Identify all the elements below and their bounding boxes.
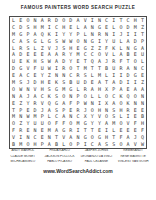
grid-cell: N — [17, 114, 24, 121]
word-list: ANDY WARHOLFRIDA KAHLOJASPER JOHNSREMBRA… — [6, 149, 150, 164]
grid-cell: L — [74, 86, 81, 93]
grid-cell: P — [39, 141, 46, 148]
grid-cell: I — [82, 141, 89, 148]
grid-cell: H — [60, 24, 67, 31]
grid-cell: I — [125, 31, 132, 38]
grid-cell: M — [60, 86, 67, 93]
grid-cell: A — [39, 17, 46, 24]
grid-cell: E — [31, 72, 38, 79]
word-list-item: JACKSON POLLOCK — [43, 155, 77, 159]
grid-cell: L — [117, 114, 124, 121]
grid-cell: A — [96, 58, 103, 65]
grid-cell: P — [110, 86, 117, 93]
grid-cell: Z — [46, 72, 53, 79]
grid-cell: B — [10, 141, 17, 148]
grid-cell: P — [39, 114, 46, 121]
grid-cell: A — [117, 86, 124, 93]
grid-cell: R — [74, 72, 81, 79]
grid-cell: S — [110, 114, 117, 121]
grid-cell: L — [89, 93, 96, 100]
grid-cell: C — [24, 72, 31, 79]
grid-cell: L — [74, 24, 81, 31]
grid-cell: I — [110, 31, 117, 38]
grid-cell: U — [110, 38, 117, 45]
grid-cell: A — [82, 24, 89, 31]
grid-cell: S — [17, 79, 24, 86]
grid-cell: T — [139, 17, 146, 24]
grid-cell: C — [125, 17, 132, 24]
grid-cell: A — [139, 86, 146, 93]
grid-cell: P — [24, 31, 31, 38]
grid-cell: C — [39, 93, 46, 100]
grid-cell: A — [125, 38, 132, 45]
grid-cell: Y — [67, 31, 74, 38]
word-list-item: CLAUDE MONET — [6, 155, 40, 159]
grid-cell: O — [103, 114, 110, 121]
grid-cell: O — [132, 93, 139, 100]
grid-cell: I — [125, 79, 132, 86]
grid-cell: L — [82, 31, 89, 38]
grid-cell: D — [82, 79, 89, 86]
grid-cell: A — [31, 93, 38, 100]
grid-cell: J — [117, 31, 124, 38]
word-list-item: PAUL CEZANNE — [80, 160, 114, 164]
grid-cell: T — [117, 17, 124, 24]
word-list-item: ANDY WARHOL — [6, 149, 40, 153]
grid-cell: A — [17, 72, 24, 79]
grid-cell: H — [96, 86, 103, 93]
grid-cell: M — [39, 24, 46, 31]
grid-cell: E — [132, 114, 139, 121]
grid-cell: A — [53, 58, 60, 65]
grid-cell: O — [60, 17, 67, 24]
grid-cell: R — [31, 100, 38, 107]
grid-cell: S — [110, 141, 117, 148]
grid-cell: I — [125, 114, 132, 121]
grid-cell: D — [132, 38, 139, 45]
grid-cell: G — [67, 86, 74, 93]
grid-cell: N — [67, 114, 74, 121]
grid-cell: E — [46, 79, 53, 86]
grid-cell: D — [117, 79, 124, 86]
grid-cell: J — [24, 79, 31, 86]
grid-cell: A — [46, 141, 53, 148]
grid-cell: A — [110, 100, 117, 107]
grid-cell: O — [117, 141, 124, 148]
grid-cell: E — [125, 86, 132, 93]
grid-cell: J — [24, 93, 31, 100]
grid-cell: E — [74, 58, 81, 65]
grid-cell: L — [110, 24, 117, 31]
grid-cell: T — [103, 79, 110, 86]
grid-cell: O — [82, 93, 89, 100]
grid-cell: P — [74, 141, 81, 148]
grid-cell: U — [10, 58, 17, 65]
grid-cell: Z — [139, 79, 146, 86]
grid-cell: G — [46, 38, 53, 45]
grid-cell: L — [139, 58, 146, 65]
grid-cell: M — [10, 31, 17, 38]
grid-cell: N — [60, 72, 67, 79]
grid-cell: W — [24, 114, 31, 121]
grid-cell: Y — [39, 72, 46, 79]
grid-cell: L — [39, 38, 46, 45]
grid-cell: C — [53, 114, 60, 121]
grid-cell: B — [53, 141, 60, 148]
puzzle-title: FAMOUS PAINTERS WORD SEARCH PUZZLE — [0, 5, 156, 10]
grid-cell: H — [31, 58, 38, 65]
grid-cell: I — [96, 38, 103, 45]
grid-cell: F — [67, 100, 74, 107]
grid-cell: O — [24, 141, 31, 148]
grid-cell: K — [46, 93, 53, 100]
grid-cell: C — [89, 141, 96, 148]
grid-cell: L — [10, 17, 17, 24]
grid-cell: E — [103, 24, 110, 31]
grid-cell: E — [17, 58, 24, 65]
grid-cell: N — [103, 31, 110, 38]
grid-cell: T — [125, 58, 132, 65]
grid-cell: O — [117, 24, 124, 31]
grid-cell: N — [139, 93, 146, 100]
grid-cell: O — [74, 38, 81, 45]
word-search-grid: LEONARDODAVINCITCHTCDSHMICHELANGELODMZMG… — [9, 16, 147, 149]
grid-cell: N — [10, 93, 17, 100]
grid-cell: H — [39, 79, 46, 86]
grid-cell: N — [24, 86, 31, 93]
grid-cell: N — [89, 100, 96, 107]
grid-cell: F — [117, 58, 124, 65]
grid-cell: A — [17, 93, 24, 100]
word-list-item: PABLO PICASSO — [43, 160, 77, 164]
grid-cell: A — [89, 86, 96, 93]
grid-cell: I — [132, 31, 139, 38]
grid-cell: G — [96, 24, 103, 31]
grid-cell: B — [139, 114, 146, 121]
grid-cell: V — [31, 86, 38, 93]
grid-cell: C — [110, 93, 117, 100]
grid-cell: A — [125, 141, 132, 148]
grid-cell: E — [10, 72, 17, 79]
grid-cell: N — [67, 93, 74, 100]
grid-cell: Y — [24, 100, 31, 107]
puzzle-page: FAMOUS PAINTERS WORD SEARCH PUZZLE LEONA… — [0, 0, 156, 200]
grid-cell: B — [67, 79, 74, 86]
grid-cell: Z — [17, 100, 24, 107]
grid-cell: Q — [125, 93, 132, 100]
grid-cell: H — [31, 141, 38, 148]
grid-cell: E — [17, 17, 24, 24]
grid-cell: N — [96, 17, 103, 24]
grid-cell: A — [60, 100, 67, 107]
grid-cell: S — [46, 86, 53, 93]
grid-cell: D — [125, 24, 132, 31]
grid-cell: H — [39, 86, 46, 93]
grid-cell: T — [139, 31, 146, 38]
grid-cell: N — [89, 24, 96, 31]
grid-cell: L — [96, 93, 103, 100]
grid-cell: G — [17, 31, 24, 38]
grid-cell: Y — [60, 31, 67, 38]
grid-cell: R — [96, 31, 103, 38]
grid-cell: X — [103, 100, 110, 107]
word-list-item: MICHELANGELO — [6, 160, 40, 164]
grid-cell: Q — [89, 58, 96, 65]
grid-cell: S — [39, 58, 46, 65]
grid-cell: D — [60, 58, 67, 65]
grid-cell: Q — [39, 31, 46, 38]
grid-cell: O — [60, 93, 67, 100]
grid-cell: H — [132, 17, 139, 24]
grid-cell: I — [117, 72, 124, 79]
grid-cell: N — [89, 31, 96, 38]
grid-cell: A — [74, 17, 81, 24]
grid-cell: V — [82, 17, 89, 24]
grid-cell: W — [60, 38, 67, 45]
grid-cell: D — [125, 72, 132, 79]
grid-cell: S — [24, 38, 31, 45]
grid-cell: T — [82, 58, 89, 65]
grid-cell: U — [74, 79, 81, 86]
grid-cell: A — [132, 86, 139, 93]
grid-cell: D — [31, 79, 38, 86]
grid-cell: I — [110, 72, 117, 79]
grid-cell: N — [139, 100, 146, 107]
grid-cell: S — [53, 38, 60, 45]
grid-cell: O — [67, 141, 74, 148]
grid-cell: Y — [67, 58, 74, 65]
grid-cell: Y — [89, 114, 96, 121]
grid-cell: H — [31, 24, 38, 31]
grid-cell: W — [17, 86, 24, 93]
grid-cell: J — [103, 58, 110, 65]
grid-cell: G — [89, 38, 96, 45]
grid-cell: L — [46, 114, 53, 121]
grid-cell: N — [82, 38, 89, 45]
website-url: www.WordSearchAddict.com — [0, 168, 156, 174]
word-list-item: VINCENT VAN GOGH — [116, 160, 150, 164]
grid-cell: G — [53, 100, 60, 107]
grid-cell: R — [82, 86, 89, 93]
grid-cell: N — [132, 100, 139, 107]
grid-cell: E — [139, 72, 146, 79]
word-list-item: JASPER JOHNS — [80, 149, 114, 153]
grid-cell: S — [82, 72, 89, 79]
grid-cell: K — [53, 79, 60, 86]
grid-cell: S — [60, 79, 67, 86]
grid-cell: Z — [139, 24, 146, 31]
grid-cell: E — [89, 79, 96, 86]
grid-cell: X — [82, 114, 89, 121]
grid-cell: E — [67, 24, 74, 31]
grid-cell: N — [31, 17, 38, 24]
grid-cell: X — [103, 86, 110, 93]
grid-cell: S — [53, 93, 60, 100]
grid-cell: O — [103, 93, 110, 100]
grid-cell: W — [67, 38, 74, 45]
grid-cell: Y — [103, 38, 110, 45]
grid-cell: A — [110, 79, 117, 86]
grid-cell: C — [10, 24, 17, 31]
grid-cell: I — [89, 17, 96, 24]
grid-cell: O — [132, 58, 139, 65]
grid-cell: P — [139, 38, 146, 45]
grid-cell: K — [24, 58, 31, 65]
grid-cell: S — [103, 141, 110, 148]
grid-cell: A — [96, 79, 103, 86]
grid-cell: A — [60, 114, 67, 121]
grid-cell: V — [96, 114, 103, 121]
grid-cell: O — [24, 17, 31, 24]
word-list-item: LEONARDO DA VINCI — [80, 155, 114, 159]
grid-cell: M — [10, 114, 17, 121]
grid-cell: K — [46, 31, 53, 38]
grid-cell: Q — [46, 100, 53, 107]
grid-cell: C — [53, 24, 60, 31]
grid-cell: W — [139, 141, 146, 148]
grid-cell: V — [132, 141, 139, 148]
grid-cell: K — [117, 93, 124, 100]
grid-cell: D — [17, 24, 24, 31]
grid-cell: D — [67, 17, 74, 24]
grid-cell: L — [117, 38, 124, 45]
grid-cell: O — [10, 86, 17, 93]
grid-cell: M — [96, 72, 103, 79]
grid-cell: V — [39, 100, 46, 107]
grid-cell: E — [10, 100, 17, 107]
grid-cell: C — [103, 17, 110, 24]
grid-cell: G — [53, 86, 60, 93]
grid-cell: I — [132, 79, 139, 86]
grid-cell: M — [10, 79, 17, 86]
grid-cell: R — [46, 17, 53, 24]
word-list-item: REMBRANDT — [116, 149, 150, 153]
grid-cell: C — [10, 38, 17, 45]
grid-cell: M — [17, 141, 24, 148]
grid-cell: A — [17, 38, 24, 45]
grid-cell: M — [31, 114, 38, 121]
grid-cell: L — [60, 141, 67, 148]
grid-cell: I — [96, 100, 103, 107]
grid-cell: N — [53, 72, 60, 79]
grid-cell: C — [67, 72, 74, 79]
grid-cell: O — [117, 100, 124, 107]
grid-cell: S — [24, 24, 31, 31]
grid-cell: W — [82, 100, 89, 107]
grid-cell: D — [53, 17, 60, 24]
grid-cell: P — [74, 93, 81, 100]
grid-cell: L — [89, 72, 96, 79]
grid-cell: P — [74, 100, 81, 107]
word-list-item: RENE MAGRITTE — [116, 155, 150, 159]
grid-cell: G — [31, 38, 38, 45]
grid-cell: W — [46, 58, 53, 65]
grid-cell: M — [132, 24, 139, 31]
grid-cell: A — [96, 141, 103, 148]
grid-cell: G — [132, 72, 139, 79]
grid-cell: A — [31, 31, 38, 38]
grid-cell: I — [110, 17, 117, 24]
word-list-item: FRIDA KAHLO — [43, 149, 77, 153]
grid-cell: C — [74, 114, 81, 121]
grid-cell: P — [74, 31, 81, 38]
grid-cell: K — [125, 100, 132, 107]
grid-cell: I — [46, 24, 53, 31]
grid-cell: R — [110, 58, 117, 65]
grid-cell: I — [53, 31, 60, 38]
grid-cell: L — [103, 72, 110, 79]
